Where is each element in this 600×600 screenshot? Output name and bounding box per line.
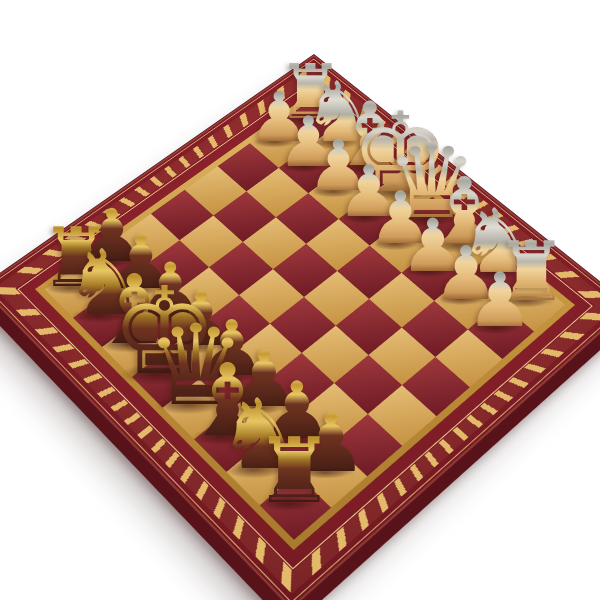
chess-board xyxy=(0,54,600,600)
board-squares-grid xyxy=(45,99,565,540)
chess-set-photo: ♜♞♝♛♚♝♞♜♟♟♟♟♟♟♟♟♟♟♟♟♟♟♟♟♜♞♝♛♚♝♞♜ xyxy=(0,0,600,600)
